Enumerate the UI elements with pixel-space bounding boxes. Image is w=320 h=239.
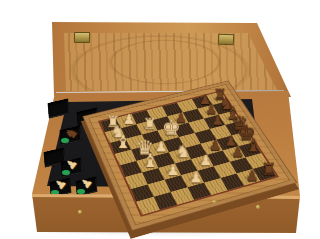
piece-bP-f7[interactable]: ♟ — [231, 145, 244, 159]
piece-wN-e4[interactable]: ♞ — [175, 143, 191, 160]
piece-bP-c7[interactable]: ♟ — [211, 113, 223, 127]
piece-bB-f8[interactable]: ♝ — [245, 136, 261, 154]
piece-bP-h7[interactable]: ♟ — [245, 168, 258, 183]
screw-icon — [78, 210, 82, 214]
square-h7[interactable]: ♟ — [237, 169, 260, 186]
green-felt-base — [77, 189, 85, 194]
screw-icon — [212, 200, 218, 204]
piece-bR-h8[interactable]: ♜ — [260, 161, 275, 178]
piece-wP-g4[interactable]: ♟ — [189, 170, 202, 185]
brass-hinge-icon — [74, 32, 90, 43]
piece-wR-b3[interactable]: ♜ — [142, 116, 156, 132]
piece-wP-f3[interactable]: ♟ — [166, 162, 179, 177]
piece-wP-f5[interactable]: ♟ — [199, 153, 212, 167]
green-felt-base — [62, 170, 70, 175]
piece-wB-c1[interactable]: ♝ — [115, 133, 131, 151]
chess-set-photo: ♞♟♟♟ ♜♟♟♜♞♜♟♟♞♝♚♟♝♛♟♛♝♞♟♟♚♟♟♟♝♟♟♜ — [0, 0, 320, 239]
piece-wK-c4[interactable]: ♚ — [162, 118, 181, 139]
screw-icon — [256, 205, 260, 209]
square-h5[interactable] — [204, 178, 227, 195]
piece-wB-e2[interactable]: ♝ — [142, 151, 159, 170]
piece-bP-e6[interactable]: ♟ — [208, 138, 221, 152]
brass-hinge-icon — [218, 34, 235, 46]
